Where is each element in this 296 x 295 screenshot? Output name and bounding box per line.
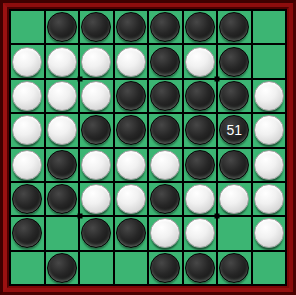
board-cell[interactable]	[115, 114, 148, 146]
board-cell[interactable]	[115, 45, 148, 77]
star-point-icon	[214, 213, 219, 218]
white-disc	[219, 184, 249, 214]
board-cell[interactable]	[80, 252, 113, 284]
star-point-icon	[77, 213, 82, 218]
black-disc	[185, 81, 215, 111]
board-cell[interactable]	[218, 45, 251, 77]
white-disc	[116, 184, 146, 214]
white-disc	[12, 47, 42, 77]
board-cell[interactable]	[184, 80, 217, 112]
board-cell[interactable]	[253, 252, 286, 284]
board-cell[interactable]	[253, 80, 286, 112]
board-cell[interactable]	[46, 149, 79, 181]
board-cell[interactable]	[11, 114, 44, 146]
board-cell[interactable]	[218, 80, 251, 112]
white-disc	[47, 47, 77, 77]
board-cell[interactable]	[184, 149, 217, 181]
board-frame-bevel: 51	[3, 3, 293, 292]
board-cell[interactable]	[149, 114, 182, 146]
black-disc	[116, 115, 146, 145]
board-cell[interactable]	[218, 149, 251, 181]
othello-board: 51	[11, 11, 285, 284]
board-cell[interactable]	[149, 183, 182, 215]
board-cell[interactable]	[11, 183, 44, 215]
board-cell[interactable]	[80, 114, 113, 146]
black-disc	[116, 81, 146, 111]
black-disc	[81, 218, 111, 248]
board-cell[interactable]	[115, 183, 148, 215]
black-disc	[150, 81, 180, 111]
board-cell[interactable]	[218, 252, 251, 284]
black-disc	[81, 12, 111, 42]
black-disc	[219, 253, 249, 283]
board-cell[interactable]	[46, 183, 79, 215]
black-disc	[12, 184, 42, 214]
white-disc	[12, 115, 42, 145]
board-cell[interactable]	[46, 217, 79, 249]
white-disc	[116, 47, 146, 77]
star-point-icon	[214, 77, 219, 82]
white-disc	[150, 150, 180, 180]
board-cell[interactable]	[80, 45, 113, 77]
black-disc	[12, 218, 42, 248]
board-cell[interactable]	[253, 11, 286, 43]
board-cell[interactable]	[115, 217, 148, 249]
board-cell[interactable]	[218, 217, 251, 249]
board-cell[interactable]	[46, 11, 79, 43]
black-disc	[185, 12, 215, 42]
board-cell[interactable]	[149, 217, 182, 249]
board-cell[interactable]	[115, 11, 148, 43]
black-disc	[219, 81, 249, 111]
black-disc	[185, 253, 215, 283]
black-disc	[219, 47, 249, 77]
board-cell[interactable]	[149, 80, 182, 112]
board-cell[interactable]	[46, 114, 79, 146]
black-disc	[116, 12, 146, 42]
board-cell[interactable]	[115, 252, 148, 284]
board-cell[interactable]	[218, 11, 251, 43]
board-rim: 51	[9, 9, 287, 286]
black-disc	[81, 115, 111, 145]
board-cell[interactable]	[149, 149, 182, 181]
white-disc	[254, 81, 284, 111]
black-disc	[47, 184, 77, 214]
black-disc: 51	[219, 115, 249, 145]
white-disc	[81, 81, 111, 111]
white-disc	[254, 184, 284, 214]
black-disc	[185, 115, 215, 145]
board-cell[interactable]	[115, 149, 148, 181]
board-cell[interactable]	[80, 11, 113, 43]
white-disc	[116, 150, 146, 180]
board-cell[interactable]	[253, 149, 286, 181]
board-cell[interactable]	[11, 11, 44, 43]
black-disc	[150, 47, 180, 77]
black-disc	[185, 150, 215, 180]
white-disc	[185, 184, 215, 214]
white-disc	[185, 47, 215, 77]
white-disc	[254, 115, 284, 145]
board-cell[interactable]	[115, 80, 148, 112]
star-point-icon	[77, 77, 82, 82]
black-disc	[47, 12, 77, 42]
board-cell[interactable]	[11, 80, 44, 112]
board-cell[interactable]	[11, 149, 44, 181]
board-cell[interactable]	[11, 252, 44, 284]
black-disc	[47, 253, 77, 283]
black-disc	[47, 150, 77, 180]
board-cell[interactable]	[149, 252, 182, 284]
board-cell[interactable]	[11, 217, 44, 249]
board-cell[interactable]	[184, 114, 217, 146]
board-cell[interactable]	[46, 45, 79, 77]
board-frame-inner-bevel: 51	[7, 7, 289, 288]
board-cell[interactable]	[218, 183, 251, 215]
board-cell[interactable]	[80, 80, 113, 112]
board-cell[interactable]	[80, 149, 113, 181]
white-disc	[81, 150, 111, 180]
board-cell[interactable]	[253, 183, 286, 215]
move-number-label: 51	[220, 116, 248, 144]
black-disc	[150, 115, 180, 145]
white-disc	[47, 81, 77, 111]
black-disc	[219, 12, 249, 42]
board-cell[interactable]	[149, 11, 182, 43]
board-cell[interactable]: 51	[218, 114, 251, 146]
board-cell[interactable]	[80, 183, 113, 215]
black-disc	[116, 218, 146, 248]
black-disc	[150, 184, 180, 214]
board-cell[interactable]	[253, 45, 286, 77]
white-disc	[12, 150, 42, 180]
board-cell[interactable]	[184, 217, 217, 249]
board-cell[interactable]	[253, 114, 286, 146]
board-cell[interactable]	[184, 252, 217, 284]
white-disc	[81, 47, 111, 77]
black-disc	[150, 12, 180, 42]
board-cell[interactable]	[11, 45, 44, 77]
white-disc	[47, 115, 77, 145]
board-cell[interactable]	[184, 183, 217, 215]
white-disc	[185, 218, 215, 248]
white-disc	[254, 218, 284, 248]
black-disc	[150, 253, 180, 283]
black-disc	[219, 150, 249, 180]
board-cell[interactable]	[80, 217, 113, 249]
white-disc	[254, 150, 284, 180]
board-cell[interactable]	[184, 11, 217, 43]
white-disc	[12, 81, 42, 111]
board-cell[interactable]	[184, 45, 217, 77]
board-cell[interactable]	[46, 252, 79, 284]
white-disc	[150, 218, 180, 248]
board-cell[interactable]	[149, 45, 182, 77]
white-disc	[81, 184, 111, 214]
othello-app-window: 51	[0, 0, 296, 295]
board-cell[interactable]	[253, 217, 286, 249]
board-cell[interactable]	[46, 80, 79, 112]
board-frame: 51	[0, 0, 296, 295]
